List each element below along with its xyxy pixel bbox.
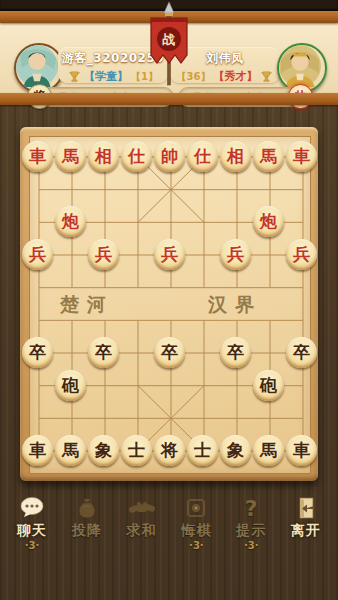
hint-question-icon: ? <box>245 494 258 522</box>
board-point[interactable] <box>153 402 186 435</box>
board-point[interactable]: 馬 <box>54 434 87 467</box>
surrender-label: 投降 <box>72 522 102 540</box>
board-point[interactable] <box>252 271 285 304</box>
board-point[interactable] <box>186 303 219 336</box>
board-point[interactable] <box>21 173 54 206</box>
leave-label: 离开 <box>291 522 321 540</box>
banner-char: 战 <box>163 32 176 47</box>
draw-button[interactable]: 求和 <box>117 494 167 564</box>
board-point[interactable] <box>285 402 318 435</box>
xiangqi-board: 楚河 汉界 車馬相仕帥仕相馬車炮炮兵兵兵兵兵卒卒卒卒卒砲砲車馬象士将士象馬車 <box>20 127 318 481</box>
board-point[interactable] <box>219 369 252 402</box>
undo-label: 悔棋 <box>181 522 211 540</box>
board-point[interactable] <box>54 173 87 206</box>
piece-black-advisor[interactable]: 士 <box>121 435 152 466</box>
board-point[interactable]: 士 <box>120 434 153 467</box>
undo-button[interactable]: 悔棋 ·3· <box>171 494 221 564</box>
piece-black-general[interactable]: 将 <box>154 435 185 466</box>
piece-red-horse[interactable]: 馬 <box>253 141 284 172</box>
board-point[interactable] <box>186 271 219 304</box>
piece-red-soldier[interactable]: 兵 <box>22 239 53 270</box>
board-point[interactable] <box>186 369 219 402</box>
board-point[interactable] <box>120 303 153 336</box>
board-point[interactable]: 砲 <box>252 369 285 402</box>
board-point[interactable] <box>54 402 87 435</box>
board-point[interactable]: 炮 <box>54 205 87 238</box>
board-point[interactable]: 兵 <box>153 238 186 271</box>
draw-label: 求和 <box>127 522 157 540</box>
right-player-title: 【秀才】 <box>213 69 257 84</box>
board-point[interactable]: 卒 <box>285 336 318 369</box>
board-point[interactable] <box>21 402 54 435</box>
board-point[interactable] <box>153 369 186 402</box>
board-point[interactable] <box>54 238 87 271</box>
piece-red-elephant[interactable]: 相 <box>220 141 251 172</box>
piece-black-soldier[interactable]: 卒 <box>220 337 251 368</box>
piece-black-cannon[interactable]: 砲 <box>55 370 86 401</box>
piece-red-cannon[interactable]: 炮 <box>253 206 284 237</box>
board-point[interactable] <box>186 205 219 238</box>
piece-black-elephant[interactable]: 象 <box>220 435 251 466</box>
leave-door-icon <box>294 494 318 522</box>
board-point[interactable] <box>153 303 186 336</box>
board-point[interactable]: 馬 <box>252 434 285 467</box>
board-point[interactable] <box>186 173 219 206</box>
chat-icon <box>19 494 45 522</box>
board-point[interactable]: 卒 <box>21 336 54 369</box>
board-point[interactable] <box>219 173 252 206</box>
board-point[interactable] <box>21 303 54 336</box>
board-point[interactable]: 車 <box>21 434 54 467</box>
board-point[interactable] <box>120 402 153 435</box>
piece-red-cannon[interactable]: 炮 <box>55 206 86 237</box>
left-avatar-image <box>16 45 58 87</box>
board-point[interactable] <box>285 205 318 238</box>
piece-red-elephant[interactable]: 相 <box>88 141 119 172</box>
board-point[interactable]: 帥 <box>153 140 186 173</box>
piece-black-advisor[interactable]: 士 <box>187 435 218 466</box>
board-point[interactable] <box>120 271 153 304</box>
board-point[interactable] <box>153 271 186 304</box>
board-point[interactable] <box>120 336 153 369</box>
board-point[interactable] <box>252 303 285 336</box>
piece-black-soldier[interactable]: 卒 <box>22 337 53 368</box>
board-point[interactable]: 兵 <box>219 238 252 271</box>
left-player-title: 【学童】 <box>84 69 128 84</box>
piece-red-soldier[interactable]: 兵 <box>286 239 317 270</box>
board-point[interactable]: 兵 <box>21 238 54 271</box>
board-point[interactable] <box>120 173 153 206</box>
board-point[interactable]: 卒 <box>153 336 186 369</box>
board-point[interactable] <box>54 303 87 336</box>
battle-banner: 战 <box>147 1 191 93</box>
bottom-toolbar: 聊天 ·3· 投降 <box>0 494 338 564</box>
board-point[interactable]: 将 <box>153 434 186 467</box>
hint-button[interactable]: ? 提示 ·3· <box>226 494 276 564</box>
board-point[interactable]: 兵 <box>87 238 120 271</box>
right-trophy-icon <box>260 70 273 83</box>
chat-label: 聊天 <box>17 522 47 540</box>
board-point[interactable] <box>87 173 120 206</box>
board-point[interactable] <box>153 205 186 238</box>
leave-button[interactable]: 离开 <box>281 494 331 564</box>
piece-red-advisor[interactable]: 仕 <box>121 141 152 172</box>
piece-black-soldier[interactable]: 卒 <box>286 337 317 368</box>
bottom-frame-bar <box>0 93 338 105</box>
board-point[interactable]: 卒 <box>87 336 120 369</box>
piece-red-advisor[interactable]: 仕 <box>187 141 218 172</box>
board-point[interactable] <box>87 271 120 304</box>
piece-black-cannon[interactable]: 砲 <box>253 370 284 401</box>
board-point[interactable] <box>219 271 252 304</box>
board-point[interactable] <box>120 369 153 402</box>
board-point[interactable]: 兵 <box>285 238 318 271</box>
board-point[interactable]: 象 <box>87 434 120 467</box>
board-point[interactable]: 仕 <box>120 140 153 173</box>
board-point[interactable] <box>87 402 120 435</box>
board-point[interactable]: 仕 <box>186 140 219 173</box>
board-point[interactable] <box>87 369 120 402</box>
board-point[interactable] <box>54 336 87 369</box>
piece-black-chariot[interactable]: 車 <box>286 435 317 466</box>
board-grid: 車馬相仕帥仕相馬車炮炮兵兵兵兵兵卒卒卒卒卒砲砲車馬象士将士象馬車 <box>21 140 318 467</box>
board-point[interactable] <box>186 402 219 435</box>
piece-red-general[interactable]: 帥 <box>154 141 185 172</box>
piece-red-horse[interactable]: 馬 <box>55 141 86 172</box>
board-point[interactable] <box>219 303 252 336</box>
board-point[interactable] <box>252 173 285 206</box>
board-point[interactable] <box>252 238 285 271</box>
undo-count: ·3· <box>189 540 204 552</box>
board-point[interactable] <box>21 369 54 402</box>
board-point[interactable] <box>252 402 285 435</box>
board-point[interactable] <box>219 205 252 238</box>
piece-red-soldier[interactable]: 兵 <box>88 239 119 270</box>
xiangqi-app: 游客_32020259 【学童】 【1】 刘伟凤 【36】 【秀才】 <box>0 0 338 600</box>
board-point[interactable]: 馬 <box>54 140 87 173</box>
board-point[interactable] <box>219 402 252 435</box>
piece-black-soldier[interactable]: 卒 <box>88 337 119 368</box>
board-point[interactable] <box>186 336 219 369</box>
board-point[interactable]: 車 <box>21 140 54 173</box>
board-point[interactable] <box>87 205 120 238</box>
left-trophy-icon <box>68 70 81 83</box>
board-point[interactable] <box>285 173 318 206</box>
board-point[interactable]: 砲 <box>54 369 87 402</box>
board-point[interactable]: 馬 <box>252 140 285 173</box>
hint-count: ·3· <box>244 540 259 552</box>
piece-black-horse[interactable]: 馬 <box>253 435 284 466</box>
board-point[interactable]: 炮 <box>252 205 285 238</box>
right-avatar-image <box>279 45 321 87</box>
chat-button[interactable]: 聊天 ·3· <box>7 494 57 564</box>
board-point[interactable]: 象 <box>219 434 252 467</box>
board-point[interactable] <box>252 336 285 369</box>
surrender-bag-icon <box>75 494 99 522</box>
piece-black-chariot[interactable]: 車 <box>22 435 53 466</box>
board-point[interactable] <box>87 303 120 336</box>
board-point[interactable] <box>54 271 87 304</box>
surrender-button[interactable]: 投降 <box>62 494 112 564</box>
chat-count: ·3· <box>25 540 40 552</box>
piece-black-elephant[interactable]: 象 <box>88 435 119 466</box>
board-point[interactable] <box>285 369 318 402</box>
handshake-icon <box>128 494 156 522</box>
board-point[interactable] <box>285 303 318 336</box>
board-point[interactable] <box>21 205 54 238</box>
board-point[interactable]: 卒 <box>219 336 252 369</box>
piece-black-horse[interactable]: 馬 <box>55 435 86 466</box>
piece-red-soldier[interactable]: 兵 <box>154 239 185 270</box>
piece-red-chariot[interactable]: 車 <box>286 141 317 172</box>
board-point[interactable]: 士 <box>186 434 219 467</box>
piece-red-soldier[interactable]: 兵 <box>220 239 251 270</box>
piece-red-chariot[interactable]: 車 <box>22 141 53 172</box>
board-point[interactable] <box>21 271 54 304</box>
board-point[interactable]: 車 <box>285 434 318 467</box>
board-point[interactable]: 車 <box>285 140 318 173</box>
piece-black-soldier[interactable]: 卒 <box>154 337 185 368</box>
board-point[interactable] <box>120 238 153 271</box>
undo-board-icon <box>184 494 208 522</box>
board-point[interactable] <box>120 205 153 238</box>
board-point[interactable]: 相 <box>219 140 252 173</box>
board-point[interactable] <box>285 271 318 304</box>
board-point[interactable] <box>186 238 219 271</box>
board-point[interactable] <box>153 173 186 206</box>
board-point[interactable]: 相 <box>87 140 120 173</box>
hint-label: 提示 <box>236 522 266 540</box>
